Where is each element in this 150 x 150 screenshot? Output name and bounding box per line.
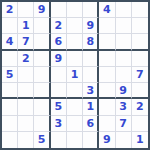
- sudoku-cell-r4c5[interactable]: [67, 51, 83, 67]
- sudoku-cell-r3c7[interactable]: [99, 34, 115, 50]
- sudoku-cell-r3c6[interactable]: 8: [83, 34, 99, 50]
- sudoku-cell-r1c8[interactable]: [116, 2, 132, 18]
- sudoku-cell-r5c2[interactable]: [18, 67, 34, 83]
- sudoku-cell-r7c4[interactable]: 5: [51, 99, 67, 115]
- sudoku-cell-r4c3[interactable]: [34, 51, 50, 67]
- sudoku-cell-r4c2[interactable]: 2: [18, 51, 34, 67]
- sudoku-cell-r7c3[interactable]: [34, 99, 50, 115]
- sudoku-cell-r8c4[interactable]: 3: [51, 116, 67, 132]
- sudoku-cell-r1c9[interactable]: [132, 2, 148, 18]
- sudoku-cell-r4c6[interactable]: [83, 51, 99, 67]
- sudoku-cell-r8c5[interactable]: [67, 116, 83, 132]
- sudoku-cell-r8c1[interactable]: [2, 116, 18, 132]
- sudoku-cell-r2c1[interactable]: [2, 18, 18, 34]
- sudoku-cell-r8c8[interactable]: 7: [116, 116, 132, 132]
- sudoku-cell-r3c5[interactable]: [67, 34, 83, 50]
- sudoku-cell-r4c9[interactable]: [132, 51, 148, 67]
- sudoku-cell-r9c6[interactable]: [83, 132, 99, 148]
- sudoku-cell-r1c7[interactable]: 4: [99, 2, 115, 18]
- sudoku-cell-r8c2[interactable]: [18, 116, 34, 132]
- sudoku-cell-r3c1[interactable]: 4: [2, 34, 18, 50]
- sudoku-cell-r7c5[interactable]: [67, 99, 83, 115]
- sudoku-cell-r8c3[interactable]: [34, 116, 50, 132]
- sudoku-cell-r6c8[interactable]: 9: [116, 83, 132, 99]
- sudoku-cell-r2c8[interactable]: [116, 18, 132, 34]
- sudoku-cell-r9c8[interactable]: [116, 132, 132, 148]
- sudoku-cell-r6c6[interactable]: 3: [83, 83, 99, 99]
- sudoku-cell-r5c6[interactable]: [83, 67, 99, 83]
- sudoku-cell-r2c6[interactable]: 9: [83, 18, 99, 34]
- sudoku-cell-r6c3[interactable]: [34, 83, 50, 99]
- sudoku-cell-r4c1[interactable]: [2, 51, 18, 67]
- sudoku-cell-r1c6[interactable]: [83, 2, 99, 18]
- sudoku-cell-r6c5[interactable]: [67, 83, 83, 99]
- sudoku-cell-r2c9[interactable]: [132, 18, 148, 34]
- sudoku-cell-r9c9[interactable]: 1: [132, 132, 148, 148]
- sudoku-cell-r9c1[interactable]: [2, 132, 18, 148]
- sudoku-cell-r9c7[interactable]: 9: [99, 132, 115, 148]
- sudoku-cell-r8c9[interactable]: [132, 116, 148, 132]
- sudoku-cell-r7c8[interactable]: 3: [116, 99, 132, 115]
- sudoku-cell-r3c4[interactable]: 6: [51, 34, 67, 50]
- sudoku-cell-r8c7[interactable]: [99, 116, 115, 132]
- sudoku-cell-r1c3[interactable]: 9: [34, 2, 50, 18]
- sudoku-cell-r5c9[interactable]: 7: [132, 67, 148, 83]
- sudoku-cell-r9c3[interactable]: 5: [34, 132, 50, 148]
- sudoku-cell-r6c1[interactable]: [2, 83, 18, 99]
- sudoku-board: 294129476829517395132367591: [0, 0, 150, 150]
- sudoku-cell-r7c2[interactable]: [18, 99, 34, 115]
- sudoku-cell-r7c6[interactable]: 1: [83, 99, 99, 115]
- sudoku-cell-r7c9[interactable]: 2: [132, 99, 148, 115]
- sudoku-cell-r5c4[interactable]: [51, 67, 67, 83]
- sudoku-cell-r6c7[interactable]: [99, 83, 115, 99]
- sudoku-cell-r1c1[interactable]: 2: [2, 2, 18, 18]
- sudoku-cell-r2c7[interactable]: [99, 18, 115, 34]
- sudoku-cell-r3c8[interactable]: [116, 34, 132, 50]
- sudoku-cell-r1c5[interactable]: [67, 2, 83, 18]
- sudoku-cell-r1c4[interactable]: [51, 2, 67, 18]
- sudoku-cell-r2c2[interactable]: 1: [18, 18, 34, 34]
- sudoku-cell-r3c3[interactable]: [34, 34, 50, 50]
- sudoku-cell-r2c4[interactable]: 2: [51, 18, 67, 34]
- sudoku-cell-r4c4[interactable]: 9: [51, 51, 67, 67]
- sudoku-cell-r5c7[interactable]: [99, 67, 115, 83]
- sudoku-cell-r9c5[interactable]: [67, 132, 83, 148]
- sudoku-cell-r4c7[interactable]: [99, 51, 115, 67]
- sudoku-cell-r5c1[interactable]: 5: [2, 67, 18, 83]
- sudoku-cell-r9c4[interactable]: [51, 132, 67, 148]
- sudoku-cell-r8c6[interactable]: 6: [83, 116, 99, 132]
- sudoku-cell-r5c8[interactable]: [116, 67, 132, 83]
- sudoku-cell-r6c9[interactable]: [132, 83, 148, 99]
- sudoku-cell-r1c2[interactable]: [18, 2, 34, 18]
- sudoku-cell-r4c8[interactable]: [116, 51, 132, 67]
- sudoku-cell-r2c3[interactable]: [34, 18, 50, 34]
- sudoku-cell-r3c2[interactable]: 7: [18, 34, 34, 50]
- sudoku-cell-r2c5[interactable]: [67, 18, 83, 34]
- sudoku-cell-r5c3[interactable]: [34, 67, 50, 83]
- sudoku-cell-r9c2[interactable]: [18, 132, 34, 148]
- sudoku-cell-r3c9[interactable]: [132, 34, 148, 50]
- sudoku-cell-r7c1[interactable]: [2, 99, 18, 115]
- sudoku-cell-r6c2[interactable]: [18, 83, 34, 99]
- sudoku-cell-r6c4[interactable]: [51, 83, 67, 99]
- sudoku-cell-r5c5[interactable]: 1: [67, 67, 83, 83]
- sudoku-cell-r7c7[interactable]: [99, 99, 115, 115]
